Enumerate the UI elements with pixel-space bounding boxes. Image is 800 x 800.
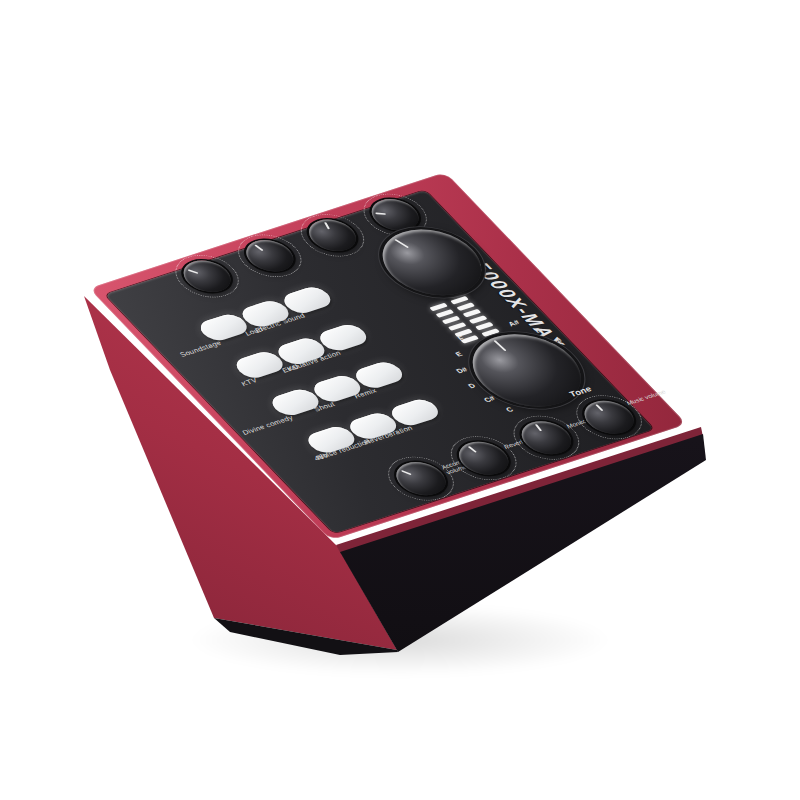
knob-pointer (188, 269, 199, 274)
product-photo: 5000X-MAX (0, 0, 800, 800)
knob-pointer (535, 424, 542, 431)
knob-pointer (394, 239, 409, 248)
knob-pointer (468, 446, 477, 453)
knob-pointer (375, 213, 386, 215)
knob-pointer (401, 470, 412, 475)
knob-pointer (324, 222, 330, 229)
knob-pointer (493, 340, 506, 351)
knob-pointer (254, 244, 263, 251)
knob-pointer (595, 404, 603, 411)
